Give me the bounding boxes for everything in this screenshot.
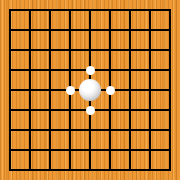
intersection-B6[interactable] [20,60,40,80]
intersection-J6[interactable] [160,60,180,80]
intersection-H4[interactable] [140,100,160,120]
intersection-G2[interactable] [120,140,140,160]
liberty-marker-E4 [86,106,95,115]
intersection-H9[interactable] [140,0,160,20]
intersection-D9[interactable] [60,0,80,20]
liberty-marker-E6 [86,66,95,75]
intersection-C6[interactable] [40,60,60,80]
intersection-G1[interactable] [120,160,140,180]
intersection-G7[interactable] [120,40,140,60]
intersection-J7[interactable] [160,40,180,60]
intersection-E1[interactable] [80,160,100,180]
intersection-F5[interactable] [100,80,120,100]
intersection-B5[interactable] [20,80,40,100]
intersection-C3[interactable] [40,120,60,140]
intersection-J9[interactable] [160,0,180,20]
intersection-F1[interactable] [100,160,120,180]
intersection-H1[interactable] [140,160,160,180]
intersection-E9[interactable] [80,0,100,20]
intersection-E4[interactable] [80,100,100,120]
intersection-D2[interactable] [60,140,80,160]
intersection-A9[interactable] [0,0,20,20]
intersection-G3[interactable] [120,120,140,140]
intersection-B4[interactable] [20,100,40,120]
intersection-D6[interactable] [60,60,80,80]
liberty-marker-D5 [66,86,75,95]
intersection-E7[interactable] [80,40,100,60]
intersection-B2[interactable] [20,140,40,160]
intersection-E5[interactable] [80,80,100,100]
intersection-F6[interactable] [100,60,120,80]
intersection-G8[interactable] [120,20,140,40]
intersection-E3[interactable] [80,120,100,140]
intersection-G6[interactable] [120,60,140,80]
intersection-F3[interactable] [100,120,120,140]
intersection-D8[interactable] [60,20,80,40]
intersection-C8[interactable] [40,20,60,40]
intersection-A2[interactable] [0,140,20,160]
intersection-A8[interactable] [0,20,20,40]
intersection-A1[interactable] [0,160,20,180]
intersection-B3[interactable] [20,120,40,140]
intersection-F7[interactable] [100,40,120,60]
intersection-A7[interactable] [0,40,20,60]
intersection-A3[interactable] [0,120,20,140]
intersection-J5[interactable] [160,80,180,100]
intersection-H6[interactable] [140,60,160,80]
intersection-G4[interactable] [120,100,140,120]
intersection-D3[interactable] [60,120,80,140]
intersection-A4[interactable] [0,100,20,120]
intersection-J4[interactable] [160,100,180,120]
intersection-F8[interactable] [100,20,120,40]
intersection-E6[interactable] [80,60,100,80]
intersection-H8[interactable] [140,20,160,40]
intersection-G9[interactable] [120,0,140,20]
intersection-A6[interactable] [0,60,20,80]
intersection-C4[interactable] [40,100,60,120]
intersection-D4[interactable] [60,100,80,120]
intersection-J2[interactable] [160,140,180,160]
intersection-D5[interactable] [60,80,80,100]
intersection-C5[interactable] [40,80,60,100]
intersection-B9[interactable] [20,0,40,20]
liberty-marker-F5 [106,86,115,95]
intersection-B7[interactable] [20,40,40,60]
intersection-G5[interactable] [120,80,140,100]
go-board [0,0,180,180]
intersection-H5[interactable] [140,80,160,100]
intersection-A5[interactable] [0,80,20,100]
intersection-F4[interactable] [100,100,120,120]
intersection-C1[interactable] [40,160,60,180]
intersection-E2[interactable] [80,140,100,160]
intersection-C7[interactable] [40,40,60,60]
intersection-H3[interactable] [140,120,160,140]
white-stone-E5 [79,79,101,101]
intersection-J8[interactable] [160,20,180,40]
intersection-C2[interactable] [40,140,60,160]
intersection-B8[interactable] [20,20,40,40]
intersection-F2[interactable] [100,140,120,160]
intersection-D7[interactable] [60,40,80,60]
intersection-J3[interactable] [160,120,180,140]
intersection-J1[interactable] [160,160,180,180]
intersection-E8[interactable] [80,20,100,40]
intersection-B1[interactable] [20,160,40,180]
intersection-H7[interactable] [140,40,160,60]
intersection-H2[interactable] [140,140,160,160]
intersection-C9[interactable] [40,0,60,20]
intersection-D1[interactable] [60,160,80,180]
intersection-F9[interactable] [100,0,120,20]
